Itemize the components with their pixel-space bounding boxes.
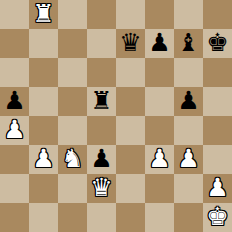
square-d1[interactable] bbox=[87, 203, 116, 232]
square-a2[interactable] bbox=[0, 174, 29, 203]
square-a5[interactable]: ♟ bbox=[0, 87, 29, 116]
square-e4[interactable] bbox=[116, 116, 145, 145]
square-a8[interactable] bbox=[0, 0, 29, 29]
square-c2[interactable] bbox=[58, 174, 87, 203]
square-b5[interactable] bbox=[29, 87, 58, 116]
square-b2[interactable] bbox=[29, 174, 58, 203]
square-f6[interactable] bbox=[145, 58, 174, 87]
square-e6[interactable] bbox=[116, 58, 145, 87]
square-f8[interactable] bbox=[145, 0, 174, 29]
square-b8[interactable]: ♜ bbox=[29, 0, 58, 29]
square-f3[interactable]: ♟ bbox=[145, 145, 174, 174]
square-h3[interactable] bbox=[203, 145, 232, 174]
square-e7[interactable]: ♛ bbox=[116, 29, 145, 58]
piece-black-pawn[interactable]: ♟ bbox=[174, 87, 203, 116]
piece-black-king[interactable]: ♚ bbox=[203, 29, 232, 58]
piece-white-pawn[interactable]: ♟ bbox=[203, 174, 232, 203]
square-g5[interactable]: ♟ bbox=[174, 87, 203, 116]
square-f2[interactable] bbox=[145, 174, 174, 203]
square-d5[interactable]: ♜ bbox=[87, 87, 116, 116]
piece-white-pawn[interactable]: ♟ bbox=[174, 145, 203, 174]
square-g4[interactable] bbox=[174, 116, 203, 145]
piece-black-pawn[interactable]: ♟ bbox=[0, 87, 29, 116]
square-b1[interactable] bbox=[29, 203, 58, 232]
piece-black-pawn[interactable]: ♟ bbox=[87, 145, 116, 174]
square-g1[interactable] bbox=[174, 203, 203, 232]
square-d3[interactable]: ♟ bbox=[87, 145, 116, 174]
square-c4[interactable] bbox=[58, 116, 87, 145]
square-f5[interactable] bbox=[145, 87, 174, 116]
square-g8[interactable] bbox=[174, 0, 203, 29]
square-a3[interactable] bbox=[0, 145, 29, 174]
square-b7[interactable] bbox=[29, 29, 58, 58]
square-b4[interactable] bbox=[29, 116, 58, 145]
square-h1[interactable]: ♚ bbox=[203, 203, 232, 232]
square-b6[interactable] bbox=[29, 58, 58, 87]
square-c1[interactable] bbox=[58, 203, 87, 232]
piece-black-bishop[interactable]: ♝ bbox=[174, 29, 203, 58]
square-d2[interactable]: ♛ bbox=[87, 174, 116, 203]
chess-board: ♜♛♟♝♚♟♜♟♟♟♞♟♟♟♛♟♚ bbox=[0, 0, 232, 232]
piece-white-pawn[interactable]: ♟ bbox=[0, 116, 29, 145]
square-g2[interactable] bbox=[174, 174, 203, 203]
square-e5[interactable] bbox=[116, 87, 145, 116]
square-c3[interactable]: ♞ bbox=[58, 145, 87, 174]
piece-white-king[interactable]: ♚ bbox=[203, 203, 232, 232]
square-e2[interactable] bbox=[116, 174, 145, 203]
square-c7[interactable] bbox=[58, 29, 87, 58]
square-g3[interactable]: ♟ bbox=[174, 145, 203, 174]
piece-white-queen[interactable]: ♛ bbox=[87, 174, 116, 203]
square-g7[interactable]: ♝ bbox=[174, 29, 203, 58]
square-d6[interactable] bbox=[87, 58, 116, 87]
square-e8[interactable] bbox=[116, 0, 145, 29]
square-a4[interactable]: ♟ bbox=[0, 116, 29, 145]
piece-black-queen[interactable]: ♛ bbox=[116, 29, 145, 58]
square-d4[interactable] bbox=[87, 116, 116, 145]
square-h5[interactable] bbox=[203, 87, 232, 116]
piece-white-knight[interactable]: ♞ bbox=[58, 145, 87, 174]
square-c6[interactable] bbox=[58, 58, 87, 87]
square-f4[interactable] bbox=[145, 116, 174, 145]
square-b3[interactable]: ♟ bbox=[29, 145, 58, 174]
square-e1[interactable] bbox=[116, 203, 145, 232]
piece-white-rook[interactable]: ♜ bbox=[29, 0, 58, 29]
square-f1[interactable] bbox=[145, 203, 174, 232]
square-g6[interactable] bbox=[174, 58, 203, 87]
square-h8[interactable] bbox=[203, 0, 232, 29]
piece-black-rook[interactable]: ♜ bbox=[87, 87, 116, 116]
square-a7[interactable] bbox=[0, 29, 29, 58]
square-h6[interactable] bbox=[203, 58, 232, 87]
square-h4[interactable] bbox=[203, 116, 232, 145]
piece-white-pawn[interactable]: ♟ bbox=[145, 145, 174, 174]
square-a6[interactable] bbox=[0, 58, 29, 87]
square-f7[interactable]: ♟ bbox=[145, 29, 174, 58]
square-c5[interactable] bbox=[58, 87, 87, 116]
piece-white-pawn[interactable]: ♟ bbox=[29, 145, 58, 174]
square-c8[interactable] bbox=[58, 0, 87, 29]
piece-black-pawn[interactable]: ♟ bbox=[145, 29, 174, 58]
square-h7[interactable]: ♚ bbox=[203, 29, 232, 58]
square-d7[interactable] bbox=[87, 29, 116, 58]
square-h2[interactable]: ♟ bbox=[203, 174, 232, 203]
square-d8[interactable] bbox=[87, 0, 116, 29]
square-e3[interactable] bbox=[116, 145, 145, 174]
square-a1[interactable] bbox=[0, 203, 29, 232]
